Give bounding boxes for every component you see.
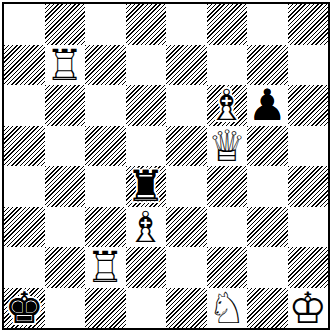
square-h8[interactable] [288,4,329,45]
square-e8[interactable] [166,4,207,45]
square-f2[interactable] [207,247,248,288]
square-c3[interactable] [85,207,126,248]
square-f1[interactable]: ♞♘ [207,288,248,329]
square-e4[interactable] [166,166,207,207]
square-a1[interactable]: ♚♚ [4,288,45,329]
square-a3[interactable] [4,207,45,248]
square-e5[interactable] [166,126,207,167]
piece-glyph: ♘ [207,288,248,329]
square-b1[interactable] [45,288,86,329]
piece-glyph: ♖ [85,247,126,288]
square-e1[interactable] [166,288,207,329]
board-frame: ♜♖♝♗♟♟♛♕♜♜♝♗♜♖♚♚♞♘♚♔ [2,2,330,330]
white-rook-c2[interactable]: ♜♖ [85,247,126,288]
square-e7[interactable] [166,45,207,86]
square-h5[interactable] [288,126,329,167]
black-king-a1[interactable]: ♚♚ [4,288,45,329]
piece-glyph: ♖ [45,45,86,86]
square-a5[interactable] [4,126,45,167]
square-c2[interactable]: ♜♖ [85,247,126,288]
square-c4[interactable] [85,166,126,207]
white-bishop-d3[interactable]: ♝♗ [126,207,167,248]
square-d5[interactable] [126,126,167,167]
square-a8[interactable] [4,4,45,45]
white-king-h1[interactable]: ♚♔ [288,288,329,329]
black-rook-d4[interactable]: ♜♜ [126,166,167,207]
square-h4[interactable] [288,166,329,207]
square-d6[interactable] [126,85,167,126]
square-h6[interactable] [288,85,329,126]
square-b6[interactable] [45,85,86,126]
square-b5[interactable] [45,126,86,167]
square-h2[interactable] [288,247,329,288]
piece-glyph: ♜ [126,166,167,207]
square-d3[interactable]: ♝♗ [126,207,167,248]
square-a4[interactable] [4,166,45,207]
square-f4[interactable] [207,166,248,207]
square-d4[interactable]: ♜♜ [126,166,167,207]
square-g6[interactable]: ♟♟ [247,85,288,126]
black-pawn-g6[interactable]: ♟♟ [247,85,288,126]
white-queen-f5[interactable]: ♛♕ [207,126,248,167]
square-d7[interactable] [126,45,167,86]
square-e3[interactable] [166,207,207,248]
white-bishop-f6[interactable]: ♝♗ [207,85,248,126]
piece-glyph: ♚ [4,288,45,329]
square-e2[interactable] [166,247,207,288]
square-h7[interactable] [288,45,329,86]
chess-board: ♜♖♝♗♟♟♛♕♜♜♝♗♜♖♚♚♞♘♚♔ [4,4,328,328]
square-f7[interactable] [207,45,248,86]
piece-glyph: ♕ [207,126,248,167]
square-a2[interactable] [4,247,45,288]
square-g3[interactable] [247,207,288,248]
square-e6[interactable] [166,85,207,126]
square-h1[interactable]: ♚♔ [288,288,329,329]
square-b3[interactable] [45,207,86,248]
square-c5[interactable] [85,126,126,167]
square-f8[interactable] [207,4,248,45]
square-c6[interactable] [85,85,126,126]
square-d1[interactable] [126,288,167,329]
square-f6[interactable]: ♝♗ [207,85,248,126]
square-b7[interactable]: ♜♖ [45,45,86,86]
square-c8[interactable] [85,4,126,45]
square-g4[interactable] [247,166,288,207]
square-d8[interactable] [126,4,167,45]
square-g5[interactable] [247,126,288,167]
square-c7[interactable] [85,45,126,86]
square-d2[interactable] [126,247,167,288]
square-f3[interactable] [207,207,248,248]
square-a7[interactable] [4,45,45,86]
piece-glyph: ♔ [288,288,329,329]
square-h3[interactable] [288,207,329,248]
square-c1[interactable] [85,288,126,329]
square-a6[interactable] [4,85,45,126]
piece-glyph: ♗ [207,85,248,126]
square-b4[interactable] [45,166,86,207]
square-b2[interactable] [45,247,86,288]
square-g1[interactable] [247,288,288,329]
square-f5[interactable]: ♛♕ [207,126,248,167]
square-g2[interactable] [247,247,288,288]
square-b8[interactable] [45,4,86,45]
piece-glyph: ♟ [247,85,288,126]
piece-glyph: ♗ [126,207,167,248]
chess-diagram: ♜♖♝♗♟♟♛♕♜♜♝♗♜♖♚♚♞♘♚♔ [0,0,332,332]
white-rook-b7[interactable]: ♜♖ [45,45,86,86]
square-g7[interactable] [247,45,288,86]
square-g8[interactable] [247,4,288,45]
white-knight-f1[interactable]: ♞♘ [207,288,248,329]
